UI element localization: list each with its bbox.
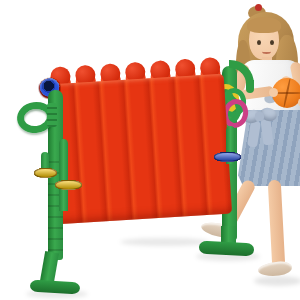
skirt-bow-knot <box>255 112 264 121</box>
shadow <box>120 238 210 246</box>
toss-ring <box>34 168 57 178</box>
leg <box>268 180 286 269</box>
eye <box>257 40 261 45</box>
board-grid <box>49 77 231 221</box>
connect-four-board <box>48 70 233 228</box>
hair-bangs <box>247 17 281 33</box>
eye <box>270 40 274 45</box>
hand <box>269 88 278 97</box>
toss-ring <box>214 152 241 162</box>
product-photo-scene <box>0 0 300 300</box>
toss-ring <box>55 180 82 190</box>
hoop-bracket <box>47 103 57 127</box>
ring-toss-hook-end <box>246 80 254 93</box>
red-hair-clip <box>255 4 262 11</box>
sandal <box>257 260 292 277</box>
ring-toss-pole-left <box>59 139 68 211</box>
mouth <box>262 49 271 54</box>
shadow <box>254 276 300 286</box>
frame-foot-left <box>30 280 81 295</box>
hand <box>298 98 300 107</box>
